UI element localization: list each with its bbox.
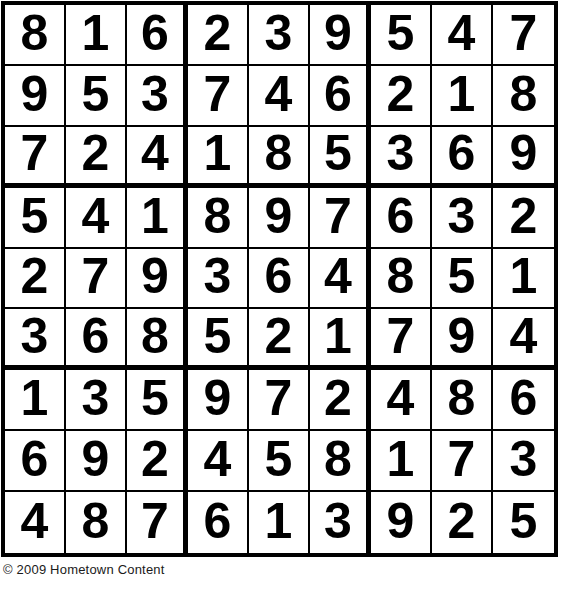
sudoku-cell-r7c8: 8 bbox=[432, 370, 493, 431]
sudoku-cell-r8c1: 6 bbox=[5, 431, 66, 492]
sudoku-cell-r1c2: 1 bbox=[66, 5, 127, 66]
sudoku-cell-r9c3: 7 bbox=[127, 492, 188, 553]
sudoku-cell-r4c7: 6 bbox=[371, 188, 432, 249]
sudoku-cell-r1c1: 8 bbox=[5, 5, 66, 66]
sudoku-cell-r5c5: 6 bbox=[249, 249, 310, 310]
sudoku-cell-r8c6: 8 bbox=[310, 431, 371, 492]
sudoku-cell-r1c8: 4 bbox=[432, 5, 493, 66]
sudoku-cell-r3c5: 8 bbox=[249, 127, 310, 188]
sudoku-cell-r4c1: 5 bbox=[5, 188, 66, 249]
sudoku-cell-r8c4: 4 bbox=[188, 431, 249, 492]
sudoku-cell-r2c1: 9 bbox=[5, 66, 66, 127]
sudoku-cell-r4c6: 7 bbox=[310, 188, 371, 249]
sudoku-cell-r5c4: 3 bbox=[188, 249, 249, 310]
sudoku-cell-r3c3: 4 bbox=[127, 127, 188, 188]
sudoku-cell-r8c3: 2 bbox=[127, 431, 188, 492]
sudoku-cell-r5c9: 1 bbox=[493, 249, 554, 310]
sudoku-cell-r9c9: 5 bbox=[493, 492, 554, 553]
sudoku-cell-r6c7: 7 bbox=[371, 309, 432, 370]
sudoku-board: 8162395479537462187241853695418976322793… bbox=[1, 1, 558, 557]
sudoku-cell-r2c4: 7 bbox=[188, 66, 249, 127]
sudoku-cell-r9c7: 9 bbox=[371, 492, 432, 553]
sudoku-cell-r1c6: 9 bbox=[310, 5, 371, 66]
sudoku-cell-r5c2: 7 bbox=[66, 249, 127, 310]
sudoku-cell-r8c8: 7 bbox=[432, 431, 493, 492]
sudoku-cell-r6c1: 3 bbox=[5, 309, 66, 370]
sudoku-cell-r1c4: 2 bbox=[188, 5, 249, 66]
sudoku-cell-r7c1: 1 bbox=[5, 370, 66, 431]
sudoku-cell-r9c4: 6 bbox=[188, 492, 249, 553]
sudoku-cell-r2c5: 4 bbox=[249, 66, 310, 127]
sudoku-cell-r1c9: 7 bbox=[493, 5, 554, 66]
sudoku-cell-r8c9: 3 bbox=[493, 431, 554, 492]
sudoku-cell-r6c6: 1 bbox=[310, 309, 371, 370]
sudoku-cell-r2c9: 8 bbox=[493, 66, 554, 127]
sudoku-cell-r9c6: 3 bbox=[310, 492, 371, 553]
sudoku-cell-r9c2: 8 bbox=[66, 492, 127, 553]
sudoku-cell-r7c7: 4 bbox=[371, 370, 432, 431]
sudoku-cell-r2c2: 5 bbox=[66, 66, 127, 127]
sudoku-cell-r9c8: 2 bbox=[432, 492, 493, 553]
sudoku-cell-r8c2: 9 bbox=[66, 431, 127, 492]
sudoku-cell-r1c7: 5 bbox=[371, 5, 432, 66]
sudoku-cell-r6c5: 2 bbox=[249, 309, 310, 370]
sudoku-cell-r3c7: 3 bbox=[371, 127, 432, 188]
sudoku-cell-r6c2: 6 bbox=[66, 309, 127, 370]
sudoku-cell-r6c3: 8 bbox=[127, 309, 188, 370]
sudoku-cell-r7c2: 3 bbox=[66, 370, 127, 431]
sudoku-cell-r3c2: 2 bbox=[66, 127, 127, 188]
sudoku-cell-r6c4: 5 bbox=[188, 309, 249, 370]
sudoku-cell-r5c6: 4 bbox=[310, 249, 371, 310]
sudoku-cell-r1c5: 3 bbox=[249, 5, 310, 66]
sudoku-cell-r9c5: 1 bbox=[249, 492, 310, 553]
sudoku-cell-r1c3: 6 bbox=[127, 5, 188, 66]
sudoku-cell-r7c5: 7 bbox=[249, 370, 310, 431]
sudoku-cell-r9c1: 4 bbox=[5, 492, 66, 553]
sudoku-cell-r4c8: 3 bbox=[432, 188, 493, 249]
sudoku-cell-r4c4: 8 bbox=[188, 188, 249, 249]
copyright-text: © 2009 Hometown Content bbox=[3, 562, 165, 577]
sudoku-cell-r3c6: 5 bbox=[310, 127, 371, 188]
sudoku-cell-r3c1: 7 bbox=[5, 127, 66, 188]
sudoku-cell-r8c5: 5 bbox=[249, 431, 310, 492]
sudoku-cell-r4c9: 2 bbox=[493, 188, 554, 249]
sudoku-cell-r2c8: 1 bbox=[432, 66, 493, 127]
sudoku-cell-r7c9: 6 bbox=[493, 370, 554, 431]
sudoku-cell-r5c8: 5 bbox=[432, 249, 493, 310]
sudoku-cell-r7c4: 9 bbox=[188, 370, 249, 431]
sudoku-cell-r6c9: 4 bbox=[493, 309, 554, 370]
sudoku-cell-r5c7: 8 bbox=[371, 249, 432, 310]
sudoku-cell-r4c5: 9 bbox=[249, 188, 310, 249]
sudoku-cell-r4c2: 4 bbox=[66, 188, 127, 249]
sudoku-cell-r3c4: 1 bbox=[188, 127, 249, 188]
sudoku-cell-r2c3: 3 bbox=[127, 66, 188, 127]
sudoku-cell-r2c7: 2 bbox=[371, 66, 432, 127]
sudoku-cell-r5c1: 2 bbox=[5, 249, 66, 310]
sudoku-cell-r4c3: 1 bbox=[127, 188, 188, 249]
sudoku-cell-r7c3: 5 bbox=[127, 370, 188, 431]
sudoku-cell-r3c8: 6 bbox=[432, 127, 493, 188]
sudoku-cell-r2c6: 6 bbox=[310, 66, 371, 127]
sudoku-cell-r6c8: 9 bbox=[432, 309, 493, 370]
sudoku-cell-r3c9: 9 bbox=[493, 127, 554, 188]
sudoku-cell-r5c3: 9 bbox=[127, 249, 188, 310]
sudoku-cell-r8c7: 1 bbox=[371, 431, 432, 492]
sudoku-cell-r7c6: 2 bbox=[310, 370, 371, 431]
